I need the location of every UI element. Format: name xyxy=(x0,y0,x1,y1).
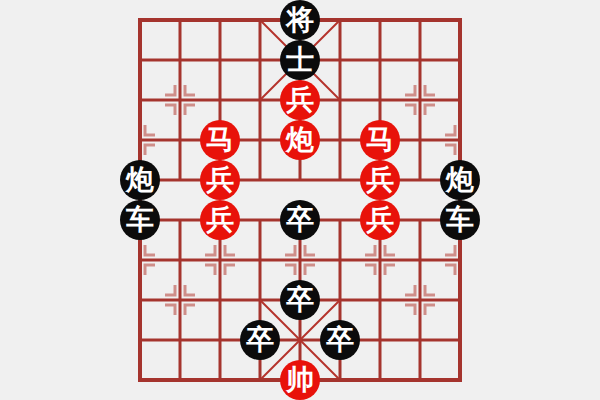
piece-red-soldier[interactable]: 兵 xyxy=(360,160,400,200)
piece-red-soldier[interactable]: 兵 xyxy=(360,200,400,240)
piece-black-cannon[interactable]: 炮 xyxy=(440,160,480,200)
xiangqi-board: 将士兵马炮马炮兵兵炮车兵卒兵车卒卒卒帅 xyxy=(0,0,600,400)
piece-black-general[interactable]: 将 xyxy=(280,0,320,40)
piece-black-chariot[interactable]: 车 xyxy=(440,200,480,240)
piece-red-soldier[interactable]: 兵 xyxy=(280,80,320,120)
piece-black-soldier[interactable]: 卒 xyxy=(240,320,280,360)
piece-black-cannon[interactable]: 炮 xyxy=(120,160,160,200)
piece-red-horse[interactable]: 马 xyxy=(360,120,400,160)
piece-black-advisor[interactable]: 士 xyxy=(280,40,320,80)
piece-red-soldier[interactable]: 兵 xyxy=(200,160,240,200)
piece-red-soldier[interactable]: 兵 xyxy=(200,200,240,240)
pieces-layer: 将士兵马炮马炮兵兵炮车兵卒兵车卒卒卒帅 xyxy=(0,0,600,400)
piece-red-general[interactable]: 帅 xyxy=(280,360,320,400)
piece-black-soldier[interactable]: 卒 xyxy=(280,200,320,240)
piece-black-soldier[interactable]: 卒 xyxy=(320,320,360,360)
piece-black-soldier[interactable]: 卒 xyxy=(280,280,320,320)
piece-black-chariot[interactable]: 车 xyxy=(120,200,160,240)
piece-red-cannon[interactable]: 炮 xyxy=(280,120,320,160)
piece-red-horse[interactable]: 马 xyxy=(200,120,240,160)
